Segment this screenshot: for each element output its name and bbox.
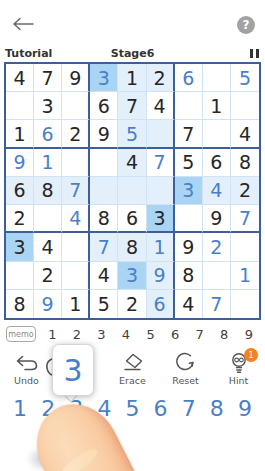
grid-cell[interactable] (118, 177, 146, 205)
grid-cell[interactable]: 7 (147, 149, 175, 177)
grid-cell[interactable]: 9 (62, 64, 90, 92)
finger-shadow (26, 446, 62, 471)
grid-cell[interactable]: 4 (175, 290, 203, 318)
help-button[interactable]: ? (237, 16, 255, 34)
grid-cell[interactable] (147, 120, 175, 148)
numpad-4[interactable]: 4 (90, 396, 118, 428)
grid-cell[interactable] (231, 233, 259, 261)
reset-label: Reset (172, 375, 199, 386)
memo-bar: memo 123456789 (6, 325, 261, 343)
grid-cell[interactable] (62, 149, 90, 177)
grid-cell[interactable] (34, 205, 62, 233)
numpad-9[interactable]: 9 (231, 396, 259, 428)
erase-label: Erace (119, 375, 146, 386)
grid-cell[interactable]: 6 (203, 149, 231, 177)
reset-button[interactable]: Reset (159, 352, 212, 396)
sudoku-board: 4793126536741162957491475686873422486397… (4, 62, 261, 320)
grid-cell[interactable] (147, 177, 175, 205)
pause-icon (250, 49, 253, 58)
grid-cell[interactable]: 8 (34, 177, 62, 205)
undo-icon (14, 352, 40, 374)
numpad-2[interactable]: 2 (34, 396, 62, 428)
grid-cell[interactable] (90, 177, 118, 205)
back-arrow-icon (11, 15, 35, 33)
grid-cell[interactable] (62, 262, 90, 290)
grid-cell[interactable]: 7 (90, 233, 118, 261)
grid-cell[interactable]: 6 (90, 92, 118, 120)
grid-cell[interactable]: 4 (62, 205, 90, 233)
pause-icon (256, 49, 259, 58)
grid-cell[interactable]: 2 (118, 290, 146, 318)
grid-cell[interactable]: 6 (175, 64, 203, 92)
grid-cell[interactable]: 4 (6, 64, 34, 92)
grid-cell[interactable]: 2 (6, 205, 34, 233)
grid-cell[interactable]: 2 (34, 262, 62, 290)
stage-title: Stage6 (0, 47, 265, 60)
grid-cell[interactable]: 2 (231, 177, 259, 205)
number-pad: 123456789 (6, 396, 259, 428)
grid-cell[interactable]: 8 (90, 205, 118, 233)
grid-cell[interactable]: 9 (147, 262, 175, 290)
grid-cell[interactable]: 6 (6, 177, 34, 205)
grid-cell[interactable]: 6 (147, 290, 175, 318)
grid-cell[interactable]: 2 (147, 64, 175, 92)
grid-cell[interactable]: 1 (203, 92, 231, 120)
undo-label: Undo (14, 375, 39, 386)
grid-cell[interactable] (6, 92, 34, 120)
grid-cell[interactable]: 1 (231, 262, 259, 290)
help-question-icon: ? (243, 18, 250, 32)
memo-number-3[interactable]: 3 (89, 327, 114, 342)
grid-cell[interactable]: 3 (175, 177, 203, 205)
grid-cell[interactable]: 5 (175, 149, 203, 177)
grid-cell[interactable]: 9 (90, 120, 118, 148)
memo-number-5[interactable]: 5 (138, 327, 163, 342)
grid-cell[interactable] (203, 262, 231, 290)
erase-button[interactable]: Erace (106, 352, 159, 396)
grid-cell[interactable]: 9 (203, 205, 231, 233)
grid-cell[interactable]: 1 (147, 233, 175, 261)
grid-cell[interactable]: 4 (90, 262, 118, 290)
grid-cell[interactable] (90, 149, 118, 177)
memo-number-6[interactable]: 6 (163, 327, 188, 342)
memo-number-4[interactable]: 4 (114, 327, 139, 342)
grid-cell[interactable]: 8 (231, 149, 259, 177)
grid-cell[interactable]: 5 (118, 120, 146, 148)
grid-cell[interactable]: 6 (118, 205, 146, 233)
grid-cell[interactable] (6, 262, 34, 290)
numpad-6[interactable]: 6 (147, 396, 175, 428)
grid-cell[interactable] (62, 233, 90, 261)
grid-cell[interactable]: 6 (34, 120, 62, 148)
grid-cell[interactable]: 9 (6, 149, 34, 177)
grid-cell[interactable]: 7 (231, 205, 259, 233)
pause-button[interactable] (250, 49, 259, 58)
memo-button[interactable]: memo (6, 326, 36, 342)
grid-cell[interactable]: 7 (118, 92, 146, 120)
grid-cell[interactable] (175, 205, 203, 233)
reset-icon (173, 352, 199, 374)
grid-cell[interactable] (62, 92, 90, 120)
hint-badge: 1 (244, 348, 258, 362)
grid-cell[interactable]: 4 (34, 233, 62, 261)
grid-cell[interactable]: 1 (118, 64, 146, 92)
grid-cell[interactable] (231, 92, 259, 120)
memo-number-2[interactable]: 2 (65, 327, 90, 342)
grid-cell[interactable]: 3 (6, 233, 34, 261)
grid-cell[interactable]: 9 (34, 290, 62, 318)
grid-cell[interactable] (175, 92, 203, 120)
grid-cell[interactable]: 8 (6, 290, 34, 318)
grid-cell[interactable]: 7 (203, 290, 231, 318)
grid-cell[interactable]: 1 (62, 290, 90, 318)
numpad-5[interactable]: 5 (118, 396, 146, 428)
grid-cell[interactable]: 2 (203, 233, 231, 261)
hint-label: Hint (229, 375, 249, 386)
grid-cell[interactable]: 4 (231, 120, 259, 148)
grid-cell[interactable]: 9 (175, 233, 203, 261)
memo-number-7[interactable]: 7 (187, 327, 212, 342)
grid-cell[interactable]: 8 (118, 233, 146, 261)
grid-cell[interactable]: 4 (118, 149, 146, 177)
grid-cell[interactable]: 3 (118, 262, 146, 290)
numpad-7[interactable]: 7 (175, 396, 203, 428)
grid-cell[interactable]: 3 (90, 64, 118, 92)
grid-cell[interactable]: 1 (34, 149, 62, 177)
pressed-number-popup: 3 (52, 344, 94, 396)
numpad-8[interactable]: 8 (203, 396, 231, 428)
title-bar: Tutorial Stage6 (0, 47, 265, 61)
eraser-icon (120, 352, 146, 374)
numpad-3[interactable]: 3 (62, 396, 90, 428)
grid-cell[interactable] (203, 64, 231, 92)
hint-button[interactable]: 1 Hint (212, 352, 265, 396)
grid-cell[interactable]: 1 (6, 120, 34, 148)
grid-cell[interactable] (203, 120, 231, 148)
grid-cell[interactable]: 7 (34, 64, 62, 92)
memo-number-1[interactable]: 1 (40, 327, 65, 342)
memo-button-label: memo (8, 330, 33, 339)
grid-cell[interactable] (231, 290, 259, 318)
grid-cell[interactable]: 2 (62, 120, 90, 148)
toolbar: Undo Erace Reset 1 Hint (0, 352, 265, 396)
grid-cell[interactable]: 8 (175, 262, 203, 290)
grid-cell[interactable]: 5 (231, 64, 259, 92)
memo-number-8[interactable]: 8 (212, 327, 237, 342)
numpad-1[interactable]: 1 (6, 396, 34, 428)
grid-cell[interactable]: 5 (90, 290, 118, 318)
grid-cell[interactable]: 3 (147, 205, 175, 233)
grid-cell[interactable]: 7 (175, 120, 203, 148)
popup-value: 3 (63, 353, 82, 388)
finger-highlight (59, 445, 101, 471)
grid-cell[interactable]: 7 (62, 177, 90, 205)
back-button[interactable] (11, 15, 35, 33)
grid-cell[interactable]: 4 (203, 177, 231, 205)
grid-cell[interactable]: 3 (34, 92, 62, 120)
grid-cell[interactable]: 4 (147, 92, 175, 120)
memo-number-9[interactable]: 9 (237, 327, 262, 342)
